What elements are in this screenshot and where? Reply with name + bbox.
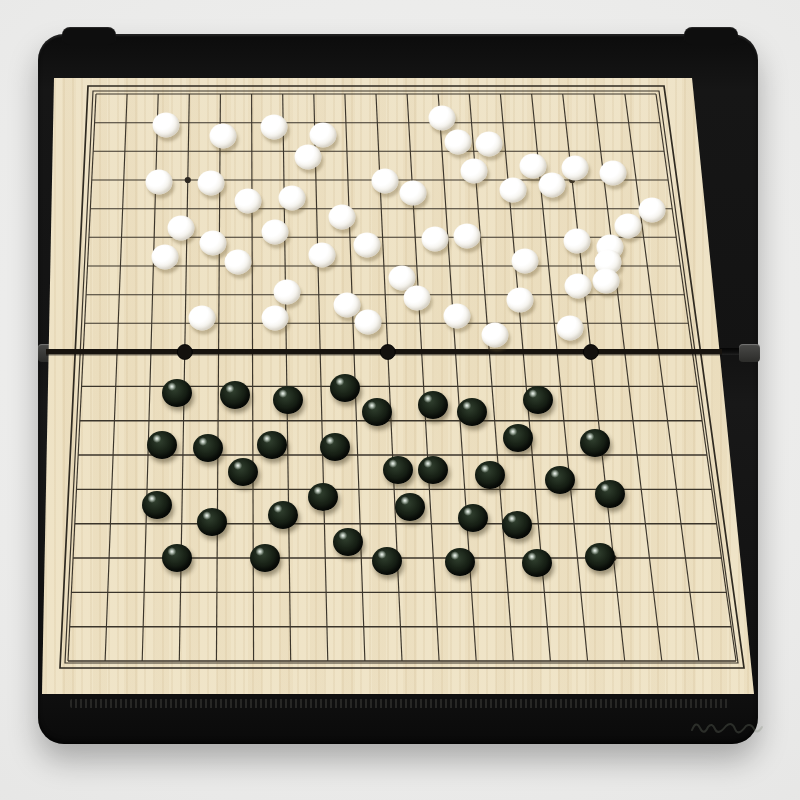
black-stone[interactable] <box>475 461 505 489</box>
black-stone[interactable] <box>372 547 402 575</box>
white-stone[interactable] <box>310 123 337 148</box>
white-stone[interactable] <box>429 106 456 131</box>
black-stone[interactable] <box>418 456 448 484</box>
white-stone[interactable] <box>355 310 382 335</box>
black-stone[interactable] <box>220 381 250 409</box>
white-stone[interactable] <box>593 269 620 294</box>
black-stone[interactable] <box>162 544 192 572</box>
white-stone[interactable] <box>198 171 225 196</box>
scene <box>0 0 800 800</box>
black-stone[interactable] <box>595 480 625 508</box>
white-stone[interactable] <box>372 169 399 194</box>
white-stone[interactable] <box>564 229 591 254</box>
white-stone[interactable] <box>153 113 180 138</box>
white-stone[interactable] <box>565 274 592 299</box>
black-stone[interactable] <box>193 434 223 462</box>
white-stone[interactable] <box>400 181 427 206</box>
black-stone[interactable] <box>142 491 172 519</box>
white-stone[interactable] <box>309 243 336 268</box>
white-stone[interactable] <box>445 130 472 155</box>
black-stone[interactable] <box>330 374 360 402</box>
white-stone[interactable] <box>261 115 288 140</box>
white-stone[interactable] <box>512 249 539 274</box>
white-stone[interactable] <box>422 227 449 252</box>
white-stone[interactable] <box>500 178 527 203</box>
black-stone[interactable] <box>250 544 280 572</box>
white-stone[interactable] <box>235 189 262 214</box>
black-stone[interactable] <box>418 391 448 419</box>
white-stone[interactable] <box>404 286 431 311</box>
black-stone[interactable] <box>383 456 413 484</box>
white-stone[interactable] <box>482 323 509 348</box>
stones-layer <box>0 0 800 800</box>
black-stone[interactable] <box>147 431 177 459</box>
white-stone[interactable] <box>615 214 642 239</box>
white-stone[interactable] <box>557 316 584 341</box>
white-stone[interactable] <box>461 159 488 184</box>
black-stone[interactable] <box>502 511 532 539</box>
embossed-brand-mark <box>688 714 766 738</box>
black-stone[interactable] <box>523 386 553 414</box>
black-stone[interactable] <box>308 483 338 511</box>
white-stone[interactable] <box>476 132 503 157</box>
white-stone[interactable] <box>507 288 534 313</box>
white-stone[interactable] <box>152 245 179 270</box>
white-stone[interactable] <box>146 170 173 195</box>
black-stone[interactable] <box>522 549 552 577</box>
black-stone[interactable] <box>257 431 287 459</box>
white-stone[interactable] <box>262 220 289 245</box>
black-stone[interactable] <box>458 504 488 532</box>
white-stone[interactable] <box>295 145 322 170</box>
black-stone[interactable] <box>268 501 298 529</box>
black-stone[interactable] <box>228 458 258 486</box>
white-stone[interactable] <box>329 205 356 230</box>
black-stone[interactable] <box>197 508 227 536</box>
black-stone[interactable] <box>457 398 487 426</box>
white-stone[interactable] <box>210 124 237 149</box>
white-stone[interactable] <box>600 161 627 186</box>
black-stone[interactable] <box>545 466 575 494</box>
white-stone[interactable] <box>639 198 666 223</box>
white-stone[interactable] <box>262 306 289 331</box>
white-stone[interactable] <box>354 233 381 258</box>
black-stone[interactable] <box>320 433 350 461</box>
white-stone[interactable] <box>225 250 252 275</box>
black-stone[interactable] <box>362 398 392 426</box>
white-stone[interactable] <box>168 216 195 241</box>
black-stone[interactable] <box>585 543 615 571</box>
ribbed-frame-texture <box>70 699 730 708</box>
white-stone[interactable] <box>562 156 589 181</box>
white-stone[interactable] <box>539 173 566 198</box>
white-stone[interactable] <box>189 306 216 331</box>
white-stone[interactable] <box>200 231 227 256</box>
white-stone[interactable] <box>279 186 306 211</box>
black-stone[interactable] <box>503 424 533 452</box>
black-stone[interactable] <box>333 528 363 556</box>
black-stone[interactable] <box>273 386 303 414</box>
black-stone[interactable] <box>580 429 610 457</box>
black-stone[interactable] <box>445 548 475 576</box>
black-stone[interactable] <box>395 493 425 521</box>
white-stone[interactable] <box>274 280 301 305</box>
white-stone[interactable] <box>454 224 481 249</box>
black-stone[interactable] <box>162 379 192 407</box>
white-stone[interactable] <box>444 304 471 329</box>
